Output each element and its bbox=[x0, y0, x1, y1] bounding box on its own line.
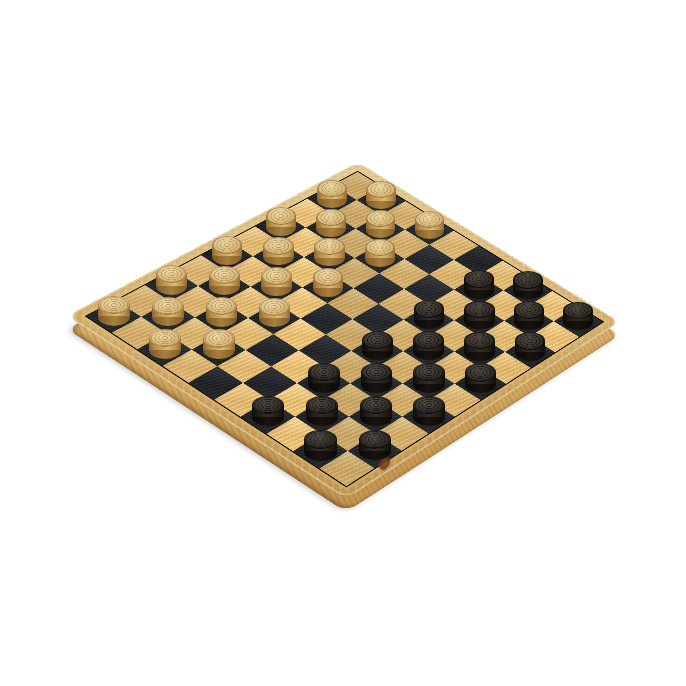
draughts-photo-scene bbox=[0, 0, 686, 686]
light-man-r6c3[interactable] bbox=[259, 298, 290, 327]
dark-man-r3c8[interactable] bbox=[464, 332, 495, 361]
light-man-r8c3[interactable] bbox=[203, 329, 235, 359]
light-man-r3c0[interactable] bbox=[266, 207, 296, 235]
dark-man-r5c6[interactable] bbox=[362, 331, 393, 360]
dark-man-r3c6[interactable] bbox=[414, 300, 445, 329]
piece-top bbox=[259, 298, 290, 316]
light-man-r2c3[interactable] bbox=[365, 239, 395, 267]
dark-man-r8c9[interactable] bbox=[359, 430, 392, 461]
dark-man-r2c7[interactable] bbox=[464, 301, 495, 330]
light-man-r4c1[interactable] bbox=[263, 237, 294, 266]
light-man-r8c1[interactable] bbox=[152, 297, 184, 327]
piece-top bbox=[464, 270, 494, 287]
light-man-r5c2[interactable] bbox=[261, 267, 292, 296]
dark-man-r4c9[interactable] bbox=[465, 363, 496, 392]
light-man-r4c3[interactable] bbox=[313, 268, 344, 297]
piece-top bbox=[464, 301, 495, 319]
dark-man-r1c8[interactable] bbox=[514, 301, 544, 330]
dark-man-r7c6[interactable] bbox=[308, 363, 340, 393]
dark-man-r4c7[interactable] bbox=[413, 331, 444, 360]
dark-man-r0c7[interactable] bbox=[513, 271, 543, 299]
light-man-r5c0[interactable] bbox=[212, 236, 243, 265]
piece-top bbox=[414, 300, 445, 318]
dark-man-r1c6[interactable] bbox=[464, 270, 494, 298]
piece-top bbox=[360, 396, 392, 415]
dark-man-r9c8[interactable] bbox=[304, 430, 337, 461]
piece-top bbox=[261, 267, 292, 285]
piece-top bbox=[98, 296, 130, 314]
piece-top bbox=[149, 329, 181, 348]
light-man-r2c1[interactable] bbox=[316, 209, 346, 237]
piece-top bbox=[313, 268, 344, 286]
light-man-r0c1[interactable] bbox=[366, 181, 395, 209]
piece-top bbox=[209, 266, 240, 284]
piece-top bbox=[152, 297, 184, 315]
piece-top bbox=[316, 209, 346, 226]
dark-man-r8c7[interactable] bbox=[306, 396, 338, 426]
light-man-r0c3[interactable] bbox=[415, 211, 445, 239]
piece-top bbox=[413, 396, 445, 415]
piece-top bbox=[308, 363, 340, 382]
piece-top bbox=[263, 237, 294, 255]
light-man-r7c2[interactable] bbox=[206, 297, 237, 327]
dark-man-r2c9[interactable] bbox=[515, 332, 546, 361]
piece-top bbox=[314, 238, 344, 256]
light-man-r3c2[interactable] bbox=[314, 238, 344, 267]
piece-top bbox=[465, 363, 496, 381]
piece-top bbox=[362, 331, 393, 349]
piece-top bbox=[212, 236, 243, 254]
light-man-r6c1[interactable] bbox=[209, 266, 240, 295]
piece-top bbox=[359, 430, 392, 449]
dark-man-r6c7[interactable] bbox=[361, 363, 393, 393]
piece-top bbox=[304, 430, 337, 449]
light-man-r9c0[interactable] bbox=[98, 296, 130, 326]
piece-top bbox=[365, 239, 395, 256]
dark-man-r5c8[interactable] bbox=[413, 363, 445, 393]
piece-top bbox=[413, 363, 445, 381]
light-man-r9c2[interactable] bbox=[149, 329, 181, 359]
light-man-r1c0[interactable] bbox=[317, 180, 347, 208]
dark-man-r6c9[interactable] bbox=[413, 396, 445, 426]
piece-top bbox=[515, 332, 546, 350]
piece-top bbox=[266, 207, 296, 224]
light-man-r1c2[interactable] bbox=[366, 210, 396, 238]
dark-man-r0c9[interactable] bbox=[563, 302, 593, 330]
piece-top bbox=[203, 329, 235, 347]
dark-man-r7c8[interactable] bbox=[360, 396, 392, 426]
piece-top bbox=[513, 271, 543, 288]
light-man-r7c0[interactable] bbox=[156, 265, 187, 294]
piece-top bbox=[514, 301, 544, 319]
dark-man-r9c6[interactable] bbox=[252, 396, 285, 427]
